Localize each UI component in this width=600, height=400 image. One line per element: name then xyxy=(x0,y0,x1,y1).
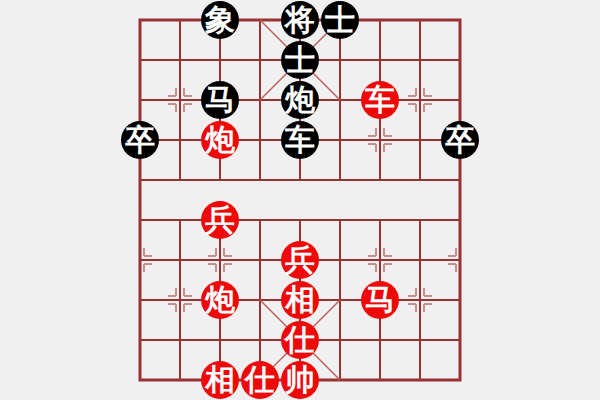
red-cannon-glyph: 炮 xyxy=(201,281,239,319)
red-cannon-glyph: 炮 xyxy=(201,121,239,159)
piece-black-advisor[interactable]: 士 xyxy=(320,0,360,40)
black-chariot-glyph: 车 xyxy=(281,121,319,159)
xiangqi-app-screen: 象将士士马炮车卒炮车卒兵兵炮相马仕相仕帅 xyxy=(0,0,600,400)
black-horse-glyph: 马 xyxy=(201,81,239,119)
black-general-glyph: 将 xyxy=(281,1,319,39)
black-soldier-glyph: 卒 xyxy=(121,121,159,159)
piece-red-elephant[interactable]: 相 xyxy=(200,360,240,400)
red-soldier-glyph: 兵 xyxy=(201,201,239,239)
piece-red-horse[interactable]: 马 xyxy=(360,280,400,320)
red-elephant-glyph: 相 xyxy=(281,281,319,319)
red-chariot-glyph: 车 xyxy=(361,81,399,119)
piece-black-soldier[interactable]: 卒 xyxy=(440,120,480,160)
red-horse-glyph: 马 xyxy=(361,281,399,319)
black-advisor-glyph: 士 xyxy=(321,1,359,39)
piece-black-advisor[interactable]: 士 xyxy=(280,40,320,80)
piece-black-general[interactable]: 将 xyxy=(280,0,320,40)
piece-black-cannon[interactable]: 炮 xyxy=(280,80,320,120)
piece-black-chariot[interactable]: 车 xyxy=(280,120,320,160)
xiangqi-board[interactable]: 象将士士马炮车卒炮车卒兵兵炮相马仕相仕帅 xyxy=(120,0,480,400)
piece-red-cannon[interactable]: 炮 xyxy=(200,120,240,160)
piece-black-horse[interactable]: 马 xyxy=(200,80,240,120)
piece-red-advisor[interactable]: 仕 xyxy=(280,320,320,360)
piece-black-elephant[interactable]: 象 xyxy=(200,0,240,40)
piece-red-general[interactable]: 帅 xyxy=(280,360,320,400)
piece-red-soldier[interactable]: 兵 xyxy=(280,240,320,280)
piece-red-elephant[interactable]: 相 xyxy=(280,280,320,320)
black-soldier-glyph: 卒 xyxy=(441,121,479,159)
piece-red-cannon[interactable]: 炮 xyxy=(200,280,240,320)
piece-red-soldier[interactable]: 兵 xyxy=(200,200,240,240)
black-cannon-glyph: 炮 xyxy=(281,81,319,119)
piece-red-advisor[interactable]: 仕 xyxy=(240,360,280,400)
red-advisor-glyph: 仕 xyxy=(281,321,319,359)
red-advisor-glyph: 仕 xyxy=(241,361,279,399)
black-elephant-glyph: 象 xyxy=(201,1,239,39)
piece-red-chariot[interactable]: 车 xyxy=(360,80,400,120)
red-general-glyph: 帅 xyxy=(281,361,319,399)
black-advisor-glyph: 士 xyxy=(281,41,319,79)
piece-black-soldier[interactable]: 卒 xyxy=(120,120,160,160)
red-soldier-glyph: 兵 xyxy=(281,241,319,279)
red-elephant-glyph: 相 xyxy=(201,361,239,399)
